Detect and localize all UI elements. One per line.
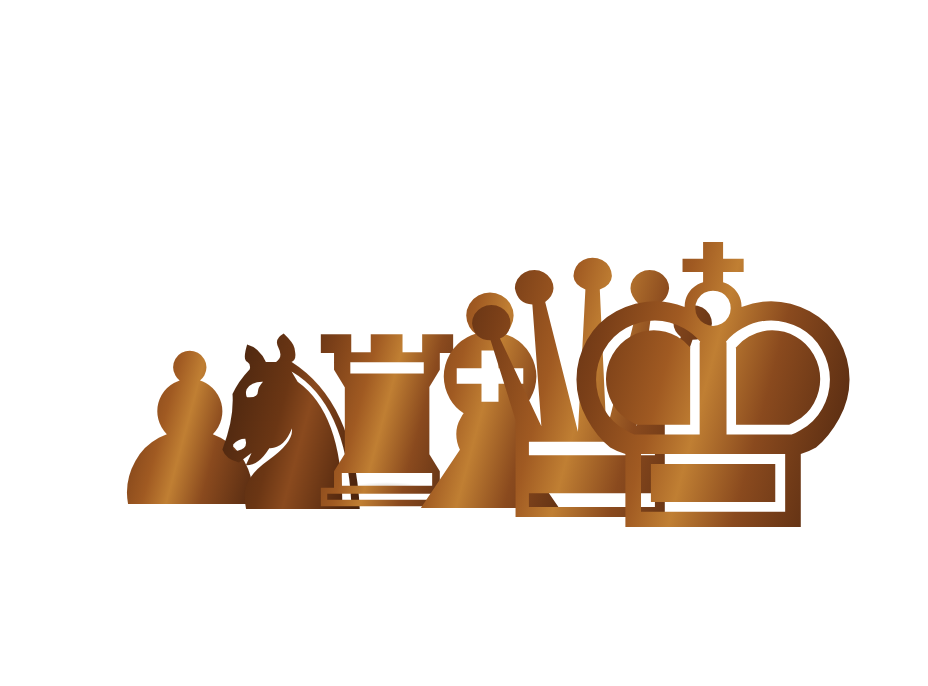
chess-piece-king: ♚ bbox=[538, 197, 888, 587]
chess-piece-lineup: ♟ ♞ ♜ ♝ ♛ ♚ bbox=[0, 0, 928, 686]
